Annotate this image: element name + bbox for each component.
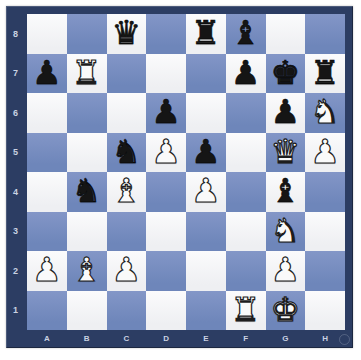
square-b8[interactable] <box>67 14 107 54</box>
square-d2[interactable] <box>146 251 186 291</box>
square-b6[interactable] <box>67 93 107 133</box>
rank-label-7: 7 <box>6 54 25 94</box>
piece-black-knight[interactable]: ♞ <box>72 174 102 207</box>
piece-black-pawn[interactable]: ♟ <box>191 135 221 168</box>
piece-white-rook[interactable]: ♜ <box>231 293 261 326</box>
file-label-g: G <box>266 330 306 346</box>
chess-board[interactable]: ♛♜♝♟♜♟♚♜♟♟♞♞♟♟♛♟♞♝♟♝♞♟♝♟♟♜♚ <box>27 14 345 330</box>
square-d6[interactable]: ♟ <box>146 93 186 133</box>
square-e7[interactable] <box>186 54 226 94</box>
square-g5[interactable]: ♛ <box>266 133 306 173</box>
piece-black-bishop[interactable]: ♝ <box>271 174 301 207</box>
square-b4[interactable]: ♞ <box>67 172 107 212</box>
piece-black-pawn[interactable]: ♟ <box>271 95 301 128</box>
square-c8[interactable]: ♛ <box>107 14 147 54</box>
piece-black-rook[interactable]: ♜ <box>310 56 340 89</box>
piece-black-rook[interactable]: ♜ <box>191 16 221 49</box>
piece-white-bishop[interactable]: ♝ <box>72 253 102 286</box>
square-e5[interactable]: ♟ <box>186 133 226 173</box>
piece-black-pawn[interactable]: ♟ <box>231 56 261 89</box>
square-f4[interactable] <box>226 172 266 212</box>
piece-white-queen[interactable]: ♛ <box>271 135 301 168</box>
square-f5[interactable] <box>226 133 266 173</box>
chess-diagram: ♛♜♝♟♜♟♚♜♟♟♞♞♟♟♛♟♞♝♟♝♞♟♝♟♟♜♚ 87654321 ABC… <box>0 0 361 360</box>
square-h7[interactable]: ♜ <box>305 54 345 94</box>
piece-white-pawn[interactable]: ♟ <box>271 253 301 286</box>
square-h2[interactable] <box>305 251 345 291</box>
square-f8[interactable]: ♝ <box>226 14 266 54</box>
square-h8[interactable] <box>305 14 345 54</box>
square-a8[interactable] <box>27 14 67 54</box>
piece-black-queen[interactable]: ♛ <box>112 16 142 49</box>
rank-label-6: 6 <box>6 93 25 133</box>
piece-black-pawn[interactable]: ♟ <box>32 56 62 89</box>
piece-white-pawn[interactable]: ♟ <box>151 135 181 168</box>
file-label-d: D <box>146 330 186 346</box>
square-g3[interactable]: ♞ <box>266 212 306 252</box>
piece-black-pawn[interactable]: ♟ <box>151 95 181 128</box>
square-d4[interactable] <box>146 172 186 212</box>
square-g1[interactable]: ♚ <box>266 291 306 331</box>
square-c1[interactable] <box>107 291 147 331</box>
piece-white-bishop[interactable]: ♝ <box>112 174 142 207</box>
square-f6[interactable] <box>226 93 266 133</box>
piece-white-king[interactable]: ♚ <box>271 293 301 326</box>
square-c7[interactable] <box>107 54 147 94</box>
piece-white-knight[interactable]: ♞ <box>271 214 301 247</box>
square-h4[interactable] <box>305 172 345 212</box>
square-e6[interactable] <box>186 93 226 133</box>
square-e3[interactable] <box>186 212 226 252</box>
square-a4[interactable] <box>27 172 67 212</box>
square-h6[interactable]: ♞ <box>305 93 345 133</box>
square-g6[interactable]: ♟ <box>266 93 306 133</box>
square-b3[interactable] <box>67 212 107 252</box>
square-a5[interactable] <box>27 133 67 173</box>
rank-label-5: 5 <box>6 133 25 173</box>
piece-white-pawn[interactable]: ♟ <box>191 174 221 207</box>
square-c3[interactable] <box>107 212 147 252</box>
square-c4[interactable]: ♝ <box>107 172 147 212</box>
file-label-e: E <box>186 330 226 346</box>
file-labels: ABCDEFGH <box>27 330 345 348</box>
square-e2[interactable] <box>186 251 226 291</box>
square-b5[interactable] <box>67 133 107 173</box>
square-c6[interactable] <box>107 93 147 133</box>
square-f3[interactable] <box>226 212 266 252</box>
square-b1[interactable] <box>67 291 107 331</box>
piece-black-bishop[interactable]: ♝ <box>231 16 261 49</box>
piece-black-king[interactable]: ♚ <box>271 56 301 89</box>
square-a1[interactable] <box>27 291 67 331</box>
square-a2[interactable]: ♟ <box>27 251 67 291</box>
file-label-a: A <box>27 330 67 346</box>
square-g2[interactable]: ♟ <box>266 251 306 291</box>
file-label-c: C <box>107 330 147 346</box>
square-d5[interactable]: ♟ <box>146 133 186 173</box>
file-label-b: B <box>67 330 107 346</box>
square-a3[interactable] <box>27 212 67 252</box>
piece-black-knight[interactable]: ♞ <box>112 135 142 168</box>
square-d8[interactable] <box>146 14 186 54</box>
rank-label-1: 1 <box>6 291 25 331</box>
square-g7[interactable]: ♚ <box>266 54 306 94</box>
square-h3[interactable] <box>305 212 345 252</box>
piece-white-knight[interactable]: ♞ <box>310 95 340 128</box>
square-b7[interactable]: ♜ <box>67 54 107 94</box>
square-b2[interactable]: ♝ <box>67 251 107 291</box>
piece-white-pawn[interactable]: ♟ <box>112 253 142 286</box>
piece-white-rook[interactable]: ♜ <box>72 56 102 89</box>
rank-label-3: 3 <box>6 212 25 252</box>
piece-white-pawn[interactable]: ♟ <box>310 135 340 168</box>
square-f7[interactable]: ♟ <box>226 54 266 94</box>
board-frame: ♛♜♝♟♜♟♚♜♟♟♞♞♟♟♛♟♞♝♟♝♞♟♝♟♟♜♚ 87654321 ABC… <box>6 6 353 348</box>
square-g4[interactable]: ♝ <box>266 172 306 212</box>
square-a7[interactable]: ♟ <box>27 54 67 94</box>
square-e8[interactable]: ♜ <box>186 14 226 54</box>
rank-label-4: 4 <box>6 172 25 212</box>
square-g8[interactable] <box>266 14 306 54</box>
square-c2[interactable]: ♟ <box>107 251 147 291</box>
square-e4[interactable]: ♟ <box>186 172 226 212</box>
square-d1[interactable] <box>146 291 186 331</box>
square-d3[interactable] <box>146 212 186 252</box>
square-e1[interactable] <box>186 291 226 331</box>
square-a6[interactable] <box>27 93 67 133</box>
square-c5[interactable]: ♞ <box>107 133 147 173</box>
square-f2[interactable] <box>226 251 266 291</box>
corner-ornament-icon <box>339 334 350 345</box>
square-f1[interactable]: ♜ <box>226 291 266 331</box>
rank-label-8: 8 <box>6 14 25 54</box>
rank-labels: 87654321 <box>6 14 27 330</box>
file-label-f: F <box>226 330 266 346</box>
square-d7[interactable] <box>146 54 186 94</box>
piece-white-pawn[interactable]: ♟ <box>32 253 62 286</box>
rank-label-2: 2 <box>6 251 25 291</box>
square-h5[interactable]: ♟ <box>305 133 345 173</box>
square-h1[interactable] <box>305 291 345 331</box>
